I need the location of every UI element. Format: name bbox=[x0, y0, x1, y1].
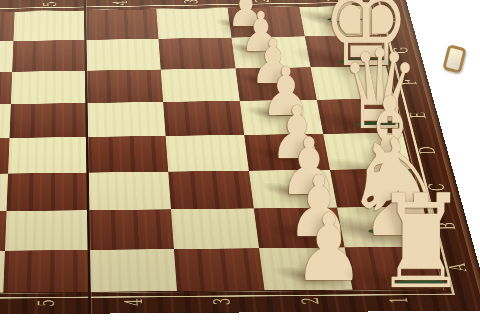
square-c2 bbox=[249, 170, 337, 209]
square-h1 bbox=[299, 6, 378, 37]
square-d2 bbox=[244, 134, 330, 171]
square-g5 bbox=[12, 40, 86, 72]
square-d4 bbox=[87, 136, 168, 173]
square-h2 bbox=[228, 7, 305, 38]
coordinate-letter-bottom-F: F bbox=[398, 79, 419, 85]
brass-hinge bbox=[442, 44, 467, 74]
coordinate-number-left-4: 4 bbox=[122, 299, 145, 306]
coordinate-letter-bottom-C: C bbox=[425, 183, 449, 191]
square-f3 bbox=[161, 68, 240, 101]
square-a4 bbox=[89, 249, 177, 292]
square-f2 bbox=[236, 67, 317, 101]
square-a2 bbox=[259, 247, 353, 290]
square-c3 bbox=[168, 171, 254, 210]
square-a1 bbox=[345, 247, 441, 290]
square-a5 bbox=[3, 250, 90, 293]
coordinate-number-left-3: 3 bbox=[210, 298, 234, 305]
coordinate-number-left-1: 1 bbox=[387, 296, 412, 303]
square-b2 bbox=[254, 208, 345, 249]
coordinate-number-left-5: 5 bbox=[35, 299, 58, 306]
coordinate-letter-bottom-G: G bbox=[390, 47, 411, 54]
square-g4 bbox=[86, 39, 161, 71]
coordinate-number-left-2: 2 bbox=[298, 297, 322, 304]
square-c4 bbox=[88, 172, 171, 211]
square-h6 bbox=[0, 12, 15, 42]
coordinate-number-right-1: 1 bbox=[324, 0, 344, 2]
coordinate-letter-bottom-B: B bbox=[435, 222, 459, 230]
square-g2 bbox=[231, 36, 310, 68]
square-d5 bbox=[8, 137, 88, 174]
coordinate-letter-bottom-E: E bbox=[407, 112, 429, 119]
square-c1 bbox=[330, 169, 421, 208]
square-b3 bbox=[171, 208, 259, 249]
square-b5 bbox=[5, 210, 89, 250]
square-b4 bbox=[89, 209, 174, 250]
coordinate-number-right-3: 3 bbox=[182, 0, 201, 4]
square-h4 bbox=[85, 9, 158, 40]
square-g3 bbox=[158, 38, 235, 70]
square-f1 bbox=[311, 66, 394, 100]
square-a3 bbox=[174, 248, 265, 291]
square-f4 bbox=[86, 70, 163, 103]
square-h5 bbox=[13, 11, 85, 42]
square-e1 bbox=[317, 99, 403, 134]
square-c5 bbox=[7, 173, 89, 212]
square-e5 bbox=[10, 103, 88, 138]
square-b1 bbox=[337, 207, 431, 248]
coordinate-letter-bottom-H: H bbox=[383, 17, 404, 24]
square-e2 bbox=[240, 100, 323, 135]
square-g1 bbox=[305, 35, 386, 67]
coordinate-number-right-2: 2 bbox=[253, 0, 272, 3]
square-d1 bbox=[323, 133, 411, 170]
coordinate-letter-bottom-D: D bbox=[416, 146, 439, 154]
square-h3 bbox=[156, 8, 231, 39]
square-e4 bbox=[87, 102, 166, 137]
coordinate-number-right-4: 4 bbox=[111, 0, 130, 5]
photo-stage: AABBCCDDEEFFGGHH1122334455667788 ♝♟♟♚♟♟♛… bbox=[0, 0, 480, 328]
square-d3 bbox=[166, 135, 249, 172]
coordinate-letter-bottom-A: A bbox=[445, 263, 470, 271]
coordinate-number-right-5: 5 bbox=[41, 2, 59, 7]
chess-board: AABBCCDDEEFFGGHH1122334455667788 bbox=[0, 0, 480, 317]
square-e3 bbox=[163, 101, 244, 136]
square-f5 bbox=[11, 71, 87, 104]
